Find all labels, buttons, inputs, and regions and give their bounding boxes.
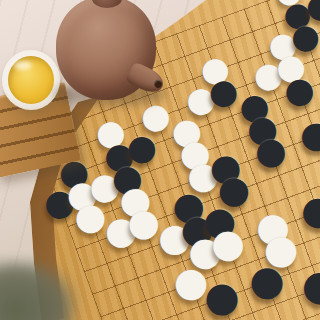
blurred-plant: [0, 260, 76, 320]
teapot: [56, 0, 156, 104]
tea-highlight: [14, 61, 32, 70]
go-game-photo: ●●●●●●●●●●●●●●●●●●●●●●●●●●●●●●●●●●●●●●●●…: [0, 0, 320, 320]
teacup: [2, 50, 60, 110]
